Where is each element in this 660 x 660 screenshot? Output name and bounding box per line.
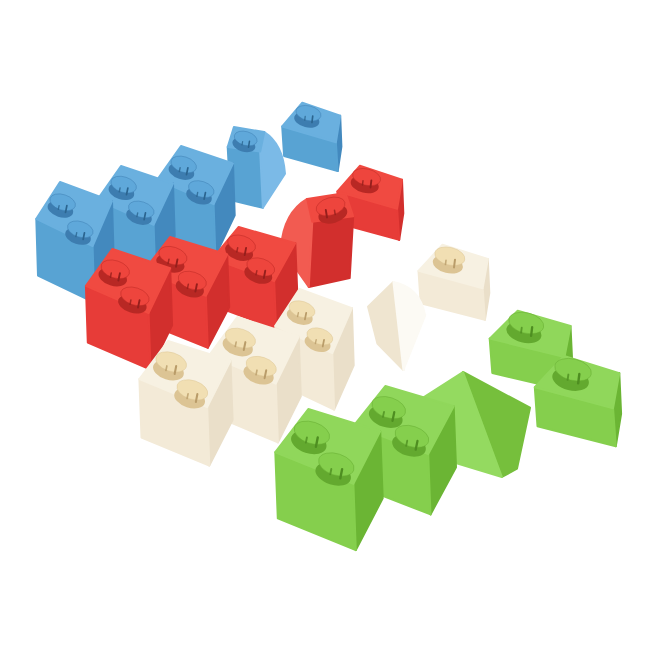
cream-two-stud-brick: [133, 341, 239, 468]
cream-wedge-block: [368, 282, 427, 370]
product-photo: [0, 0, 660, 660]
cream-one-stud-cube: [417, 244, 490, 323]
green-one-stud-cube: [533, 355, 622, 450]
green-two-stud-brick: [268, 409, 390, 553]
blue-one-stud-cube: [281, 102, 342, 174]
